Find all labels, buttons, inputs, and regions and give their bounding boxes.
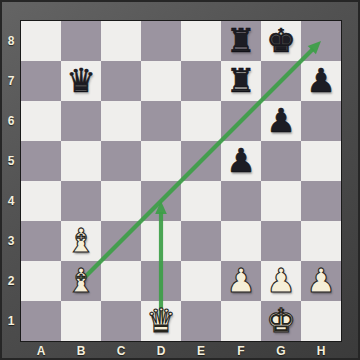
square-d6[interactable]: [141, 101, 181, 141]
square-f6[interactable]: [221, 101, 261, 141]
square-e1[interactable]: [181, 301, 221, 341]
square-g5[interactable]: [261, 141, 301, 181]
file-label-e: E: [181, 343, 221, 358]
piece-white-pawn-f2[interactable]: ♟: [221, 261, 261, 301]
square-e8[interactable]: [181, 21, 221, 61]
rank-label-2: 2: [3, 261, 19, 301]
square-g7[interactable]: [261, 61, 301, 101]
rank-label-6: 6: [3, 101, 19, 141]
file-label-h: H: [301, 343, 341, 358]
square-a1[interactable]: [21, 301, 61, 341]
square-d5[interactable]: [141, 141, 181, 181]
piece-white-bishop-b3[interactable]: ♝: [61, 221, 101, 261]
square-h5[interactable]: [301, 141, 341, 181]
square-a7[interactable]: [21, 61, 61, 101]
square-e3[interactable]: [181, 221, 221, 261]
square-b1[interactable]: [61, 301, 101, 341]
square-f1[interactable]: [221, 301, 261, 341]
piece-white-queen-d1[interactable]: ♛: [141, 301, 181, 341]
file-label-d: D: [141, 343, 181, 358]
square-e6[interactable]: [181, 101, 221, 141]
piece-white-king-g1[interactable]: ♚: [261, 301, 301, 341]
square-b6[interactable]: [61, 101, 101, 141]
square-h8[interactable]: [301, 21, 341, 61]
rank-label-7: 7: [3, 61, 19, 101]
file-label-b: B: [61, 343, 101, 358]
piece-black-rook-f8[interactable]: ♜: [221, 21, 261, 61]
rank-label-3: 3: [3, 221, 19, 261]
square-b5[interactable]: [61, 141, 101, 181]
square-d8[interactable]: [141, 21, 181, 61]
square-d7[interactable]: [141, 61, 181, 101]
piece-black-pawn-f5[interactable]: ♟: [221, 141, 261, 181]
square-a6[interactable]: [21, 101, 61, 141]
square-a3[interactable]: [21, 221, 61, 261]
square-e7[interactable]: [181, 61, 221, 101]
square-g3[interactable]: [261, 221, 301, 261]
piece-black-pawn-g6[interactable]: ♟: [261, 101, 301, 141]
square-c4[interactable]: [101, 181, 141, 221]
piece-white-bishop-b2[interactable]: ♝: [61, 261, 101, 301]
square-f4[interactable]: [221, 181, 261, 221]
square-c5[interactable]: [101, 141, 141, 181]
rank-label-1: 1: [3, 301, 19, 341]
square-c7[interactable]: [101, 61, 141, 101]
square-b4[interactable]: [61, 181, 101, 221]
square-e2[interactable]: [181, 261, 221, 301]
piece-black-king-g8[interactable]: ♚: [261, 21, 301, 61]
file-label-f: F: [221, 343, 261, 358]
square-a5[interactable]: [21, 141, 61, 181]
square-b8[interactable]: [61, 21, 101, 61]
file-label-c: C: [101, 343, 141, 358]
square-d2[interactable]: [141, 261, 181, 301]
square-c8[interactable]: [101, 21, 141, 61]
square-a8[interactable]: [21, 21, 61, 61]
square-c2[interactable]: [101, 261, 141, 301]
square-d3[interactable]: [141, 221, 181, 261]
square-c6[interactable]: [101, 101, 141, 141]
piece-black-pawn-h7[interactable]: ♟: [301, 61, 341, 101]
file-label-g: G: [261, 343, 301, 358]
piece-black-rook-f7[interactable]: ♜: [221, 61, 261, 101]
square-d4[interactable]: [141, 181, 181, 221]
square-a2[interactable]: [21, 261, 61, 301]
rank-label-5: 5: [3, 141, 19, 181]
square-c1[interactable]: [101, 301, 141, 341]
square-c3[interactable]: [101, 221, 141, 261]
square-h4[interactable]: [301, 181, 341, 221]
file-label-a: A: [21, 343, 61, 358]
chess-board-window: ♜♚♛♜♟♟♟♝♝♟♟♟♛♚ 87654321 ABCDEFGH: [0, 0, 360, 360]
square-g4[interactable]: [261, 181, 301, 221]
piece-white-pawn-h2[interactable]: ♟: [301, 261, 341, 301]
square-e4[interactable]: [181, 181, 221, 221]
square-e5[interactable]: [181, 141, 221, 181]
square-h1[interactable]: [301, 301, 341, 341]
square-f3[interactable]: [221, 221, 261, 261]
square-h3[interactable]: [301, 221, 341, 261]
square-h6[interactable]: [301, 101, 341, 141]
rank-label-4: 4: [3, 181, 19, 221]
square-a4[interactable]: [21, 181, 61, 221]
rank-label-8: 8: [3, 21, 19, 61]
piece-white-pawn-g2[interactable]: ♟: [261, 261, 301, 301]
piece-black-queen-b7[interactable]: ♛: [61, 61, 101, 101]
